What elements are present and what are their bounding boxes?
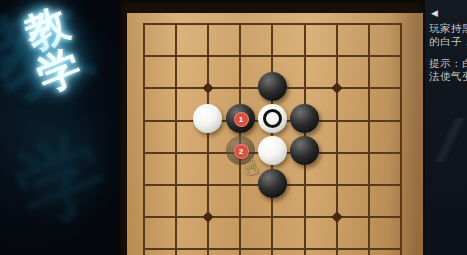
hint-line: 的白子， xyxy=(429,35,467,48)
hint-line: 提示：白 xyxy=(429,57,467,70)
background-calligraphy: 学 xyxy=(0,108,125,251)
go-board[interactable] xyxy=(127,13,423,255)
go-board-frame xyxy=(119,0,425,255)
hint-line: 法使气变 xyxy=(429,70,467,83)
tutorial-banner-art: 教 学 教 学 xyxy=(0,0,119,255)
go-tutorial-screen: 教 学 教 学 12☝ ◀ 玩家持黑 的白子， 提示：白 法使气变 xyxy=(0,0,467,255)
hint-text: 玩家持黑 的白子， 提示：白 法使气变 xyxy=(429,22,467,83)
banner-char-learn: 学 xyxy=(32,44,87,99)
hint-panel: ◀ 玩家持黑 的白子， 提示：白 法使气变 xyxy=(425,0,467,255)
hint-line: 玩家持黑 xyxy=(429,22,467,35)
panel-collapse-button[interactable]: ◀ xyxy=(431,8,438,18)
